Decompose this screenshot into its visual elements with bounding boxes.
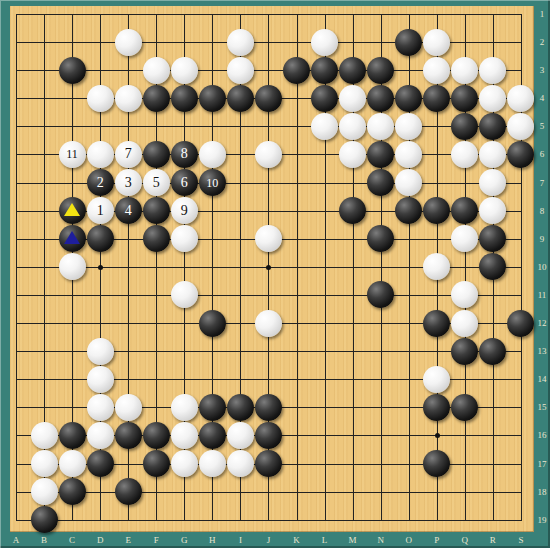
stone-B16 bbox=[31, 422, 58, 449]
row-label-15: 15 bbox=[534, 402, 550, 412]
row-label-14: 14 bbox=[534, 374, 550, 384]
move-number: 2 bbox=[87, 169, 114, 196]
stone-E8: 4 bbox=[115, 197, 142, 224]
triangle-marker bbox=[64, 231, 80, 244]
stone-N9 bbox=[367, 225, 394, 252]
stone-Q11 bbox=[451, 281, 478, 308]
stone-C17 bbox=[59, 450, 86, 477]
stone-R10 bbox=[479, 253, 506, 280]
stone-Q9 bbox=[451, 225, 478, 252]
move-number: 7 bbox=[115, 141, 142, 168]
stone-O4 bbox=[395, 85, 422, 112]
stone-L2 bbox=[311, 29, 338, 56]
stone-N4 bbox=[367, 85, 394, 112]
stone-C3 bbox=[59, 57, 86, 84]
stone-F7: 5 bbox=[143, 169, 170, 196]
stone-M3 bbox=[339, 57, 366, 84]
stone-S6 bbox=[507, 141, 534, 168]
column-label-M: M bbox=[345, 535, 361, 545]
stone-C8 bbox=[59, 197, 86, 224]
grid-line-vertical bbox=[297, 14, 298, 521]
row-label-13: 13 bbox=[534, 346, 550, 356]
triangle-marker bbox=[64, 203, 80, 216]
stone-D8: 1 bbox=[87, 197, 114, 224]
row-label-3: 3 bbox=[534, 65, 550, 75]
row-label-1: 1 bbox=[534, 9, 550, 19]
stone-C6: 11 bbox=[59, 141, 86, 168]
column-label-D: D bbox=[92, 535, 108, 545]
column-label-O: O bbox=[401, 535, 417, 545]
grid-line-horizontal bbox=[16, 520, 522, 521]
stone-M6 bbox=[339, 141, 366, 168]
stone-P3 bbox=[423, 57, 450, 84]
stone-D14 bbox=[87, 366, 114, 393]
stone-G11 bbox=[171, 281, 198, 308]
row-label-18: 18 bbox=[534, 487, 550, 497]
move-number: 9 bbox=[171, 197, 198, 224]
stone-D15 bbox=[87, 394, 114, 421]
stone-E15 bbox=[115, 394, 142, 421]
stone-G16 bbox=[171, 422, 198, 449]
column-label-C: C bbox=[64, 535, 80, 545]
stone-G4 bbox=[171, 85, 198, 112]
move-number: 11 bbox=[59, 141, 86, 168]
column-label-A: A bbox=[8, 535, 24, 545]
grid-line-horizontal bbox=[16, 295, 522, 296]
stone-C9 bbox=[59, 225, 86, 252]
stone-K3 bbox=[283, 57, 310, 84]
column-label-B: B bbox=[36, 535, 52, 545]
column-label-I: I bbox=[232, 535, 248, 545]
stone-P17 bbox=[423, 450, 450, 477]
stone-M5 bbox=[339, 113, 366, 140]
stone-D17 bbox=[87, 450, 114, 477]
stone-Q3 bbox=[451, 57, 478, 84]
stone-L5 bbox=[311, 113, 338, 140]
row-label-17: 17 bbox=[534, 459, 550, 469]
stone-H12 bbox=[199, 310, 226, 337]
stone-P14 bbox=[423, 366, 450, 393]
stone-P10 bbox=[423, 253, 450, 280]
stone-I17 bbox=[227, 450, 254, 477]
stone-G3 bbox=[171, 57, 198, 84]
stone-F6 bbox=[143, 141, 170, 168]
stone-E16 bbox=[115, 422, 142, 449]
stone-E18 bbox=[115, 478, 142, 505]
stone-J4 bbox=[255, 85, 282, 112]
stone-I15 bbox=[227, 394, 254, 421]
stone-F4 bbox=[143, 85, 170, 112]
star-point bbox=[98, 265, 103, 270]
stone-D13 bbox=[87, 338, 114, 365]
stone-J17 bbox=[255, 450, 282, 477]
stone-S5 bbox=[507, 113, 534, 140]
stone-P2 bbox=[423, 29, 450, 56]
column-label-L: L bbox=[317, 535, 333, 545]
stone-Q6 bbox=[451, 141, 478, 168]
stone-J9 bbox=[255, 225, 282, 252]
stone-S12 bbox=[507, 310, 534, 337]
stone-O7 bbox=[395, 169, 422, 196]
column-label-R: R bbox=[485, 535, 501, 545]
row-label-6: 6 bbox=[534, 149, 550, 159]
stone-G6: 8 bbox=[171, 141, 198, 168]
stone-Q15 bbox=[451, 394, 478, 421]
stone-R6 bbox=[479, 141, 506, 168]
move-number: 8 bbox=[171, 141, 198, 168]
stone-I2 bbox=[227, 29, 254, 56]
stone-C18 bbox=[59, 478, 86, 505]
row-label-5: 5 bbox=[534, 121, 550, 131]
stone-I4 bbox=[227, 85, 254, 112]
stone-Q8 bbox=[451, 197, 478, 224]
stone-N5 bbox=[367, 113, 394, 140]
stone-G15 bbox=[171, 394, 198, 421]
stone-R3 bbox=[479, 57, 506, 84]
stone-G7: 6 bbox=[171, 169, 198, 196]
stone-J16 bbox=[255, 422, 282, 449]
stone-R13 bbox=[479, 338, 506, 365]
stone-E7: 3 bbox=[115, 169, 142, 196]
stone-O2 bbox=[395, 29, 422, 56]
goban[interactable]: 1178235610149 bbox=[10, 6, 534, 532]
stone-E6: 7 bbox=[115, 141, 142, 168]
star-point bbox=[266, 265, 271, 270]
stone-C10 bbox=[59, 253, 86, 280]
stone-F17 bbox=[143, 450, 170, 477]
stone-P12 bbox=[423, 310, 450, 337]
stone-J15 bbox=[255, 394, 282, 421]
column-label-F: F bbox=[148, 535, 164, 545]
stone-O8 bbox=[395, 197, 422, 224]
stone-F3 bbox=[143, 57, 170, 84]
row-label-19: 19 bbox=[534, 515, 550, 525]
column-label-G: G bbox=[176, 535, 192, 545]
row-label-2: 2 bbox=[534, 37, 550, 47]
stone-F9 bbox=[143, 225, 170, 252]
row-label-4: 4 bbox=[534, 93, 550, 103]
stone-Q12 bbox=[451, 310, 478, 337]
grid-line-horizontal bbox=[16, 492, 522, 493]
row-label-9: 9 bbox=[534, 234, 550, 244]
stone-H4 bbox=[199, 85, 226, 112]
stone-D4 bbox=[87, 85, 114, 112]
move-number: 4 bbox=[115, 197, 142, 224]
stone-O5 bbox=[395, 113, 422, 140]
stone-J12 bbox=[255, 310, 282, 337]
stone-G9 bbox=[171, 225, 198, 252]
column-label-E: E bbox=[120, 535, 136, 545]
stone-H6 bbox=[199, 141, 226, 168]
stone-F8 bbox=[143, 197, 170, 224]
stone-R9 bbox=[479, 225, 506, 252]
move-number: 5 bbox=[143, 169, 170, 196]
move-number: 6 bbox=[171, 169, 198, 196]
move-number: 3 bbox=[115, 169, 142, 196]
stone-S4 bbox=[507, 85, 534, 112]
column-label-H: H bbox=[204, 535, 220, 545]
stone-N7 bbox=[367, 169, 394, 196]
stone-E2 bbox=[115, 29, 142, 56]
stone-R4 bbox=[479, 85, 506, 112]
stone-H17 bbox=[199, 450, 226, 477]
stone-J6 bbox=[255, 141, 282, 168]
stone-P8 bbox=[423, 197, 450, 224]
move-number: 1 bbox=[87, 197, 114, 224]
stone-F16 bbox=[143, 422, 170, 449]
row-label-16: 16 bbox=[534, 430, 550, 440]
column-label-N: N bbox=[373, 535, 389, 545]
stone-B18 bbox=[31, 478, 58, 505]
stone-B17 bbox=[31, 450, 58, 477]
stone-I3 bbox=[227, 57, 254, 84]
column-label-S: S bbox=[513, 535, 529, 545]
stone-D7: 2 bbox=[87, 169, 114, 196]
stone-R8 bbox=[479, 197, 506, 224]
stone-G8: 9 bbox=[171, 197, 198, 224]
stone-B19 bbox=[31, 506, 58, 533]
go-board-window: 1178235610149 ABCDEFGHIJKLMNOPQRS 123456… bbox=[0, 0, 550, 548]
stone-N11 bbox=[367, 281, 394, 308]
stone-M8 bbox=[339, 197, 366, 224]
stone-Q13 bbox=[451, 338, 478, 365]
stone-C16 bbox=[59, 422, 86, 449]
stone-I16 bbox=[227, 422, 254, 449]
stone-H15 bbox=[199, 394, 226, 421]
column-label-K: K bbox=[289, 535, 305, 545]
row-label-7: 7 bbox=[534, 178, 550, 188]
stone-O6 bbox=[395, 141, 422, 168]
stone-P4 bbox=[423, 85, 450, 112]
stone-G17 bbox=[171, 450, 198, 477]
stone-E4 bbox=[115, 85, 142, 112]
stone-R5 bbox=[479, 113, 506, 140]
row-label-12: 12 bbox=[534, 318, 550, 328]
stone-M4 bbox=[339, 85, 366, 112]
stone-D16 bbox=[87, 422, 114, 449]
stone-L3 bbox=[311, 57, 338, 84]
stone-H7: 10 bbox=[199, 169, 226, 196]
row-label-10: 10 bbox=[534, 262, 550, 272]
stone-Q4 bbox=[451, 85, 478, 112]
row-label-11: 11 bbox=[534, 290, 550, 300]
stone-P15 bbox=[423, 394, 450, 421]
stone-R7 bbox=[479, 169, 506, 196]
column-label-Q: Q bbox=[457, 535, 473, 545]
stone-L4 bbox=[311, 85, 338, 112]
row-label-8: 8 bbox=[534, 206, 550, 216]
stone-H16 bbox=[199, 422, 226, 449]
stone-Q5 bbox=[451, 113, 478, 140]
stone-N6 bbox=[367, 141, 394, 168]
stone-D9 bbox=[87, 225, 114, 252]
move-number: 10 bbox=[199, 169, 226, 196]
column-label-P: P bbox=[429, 535, 445, 545]
column-label-J: J bbox=[260, 535, 276, 545]
stone-N3 bbox=[367, 57, 394, 84]
star-point bbox=[435, 433, 440, 438]
stone-D6 bbox=[87, 141, 114, 168]
